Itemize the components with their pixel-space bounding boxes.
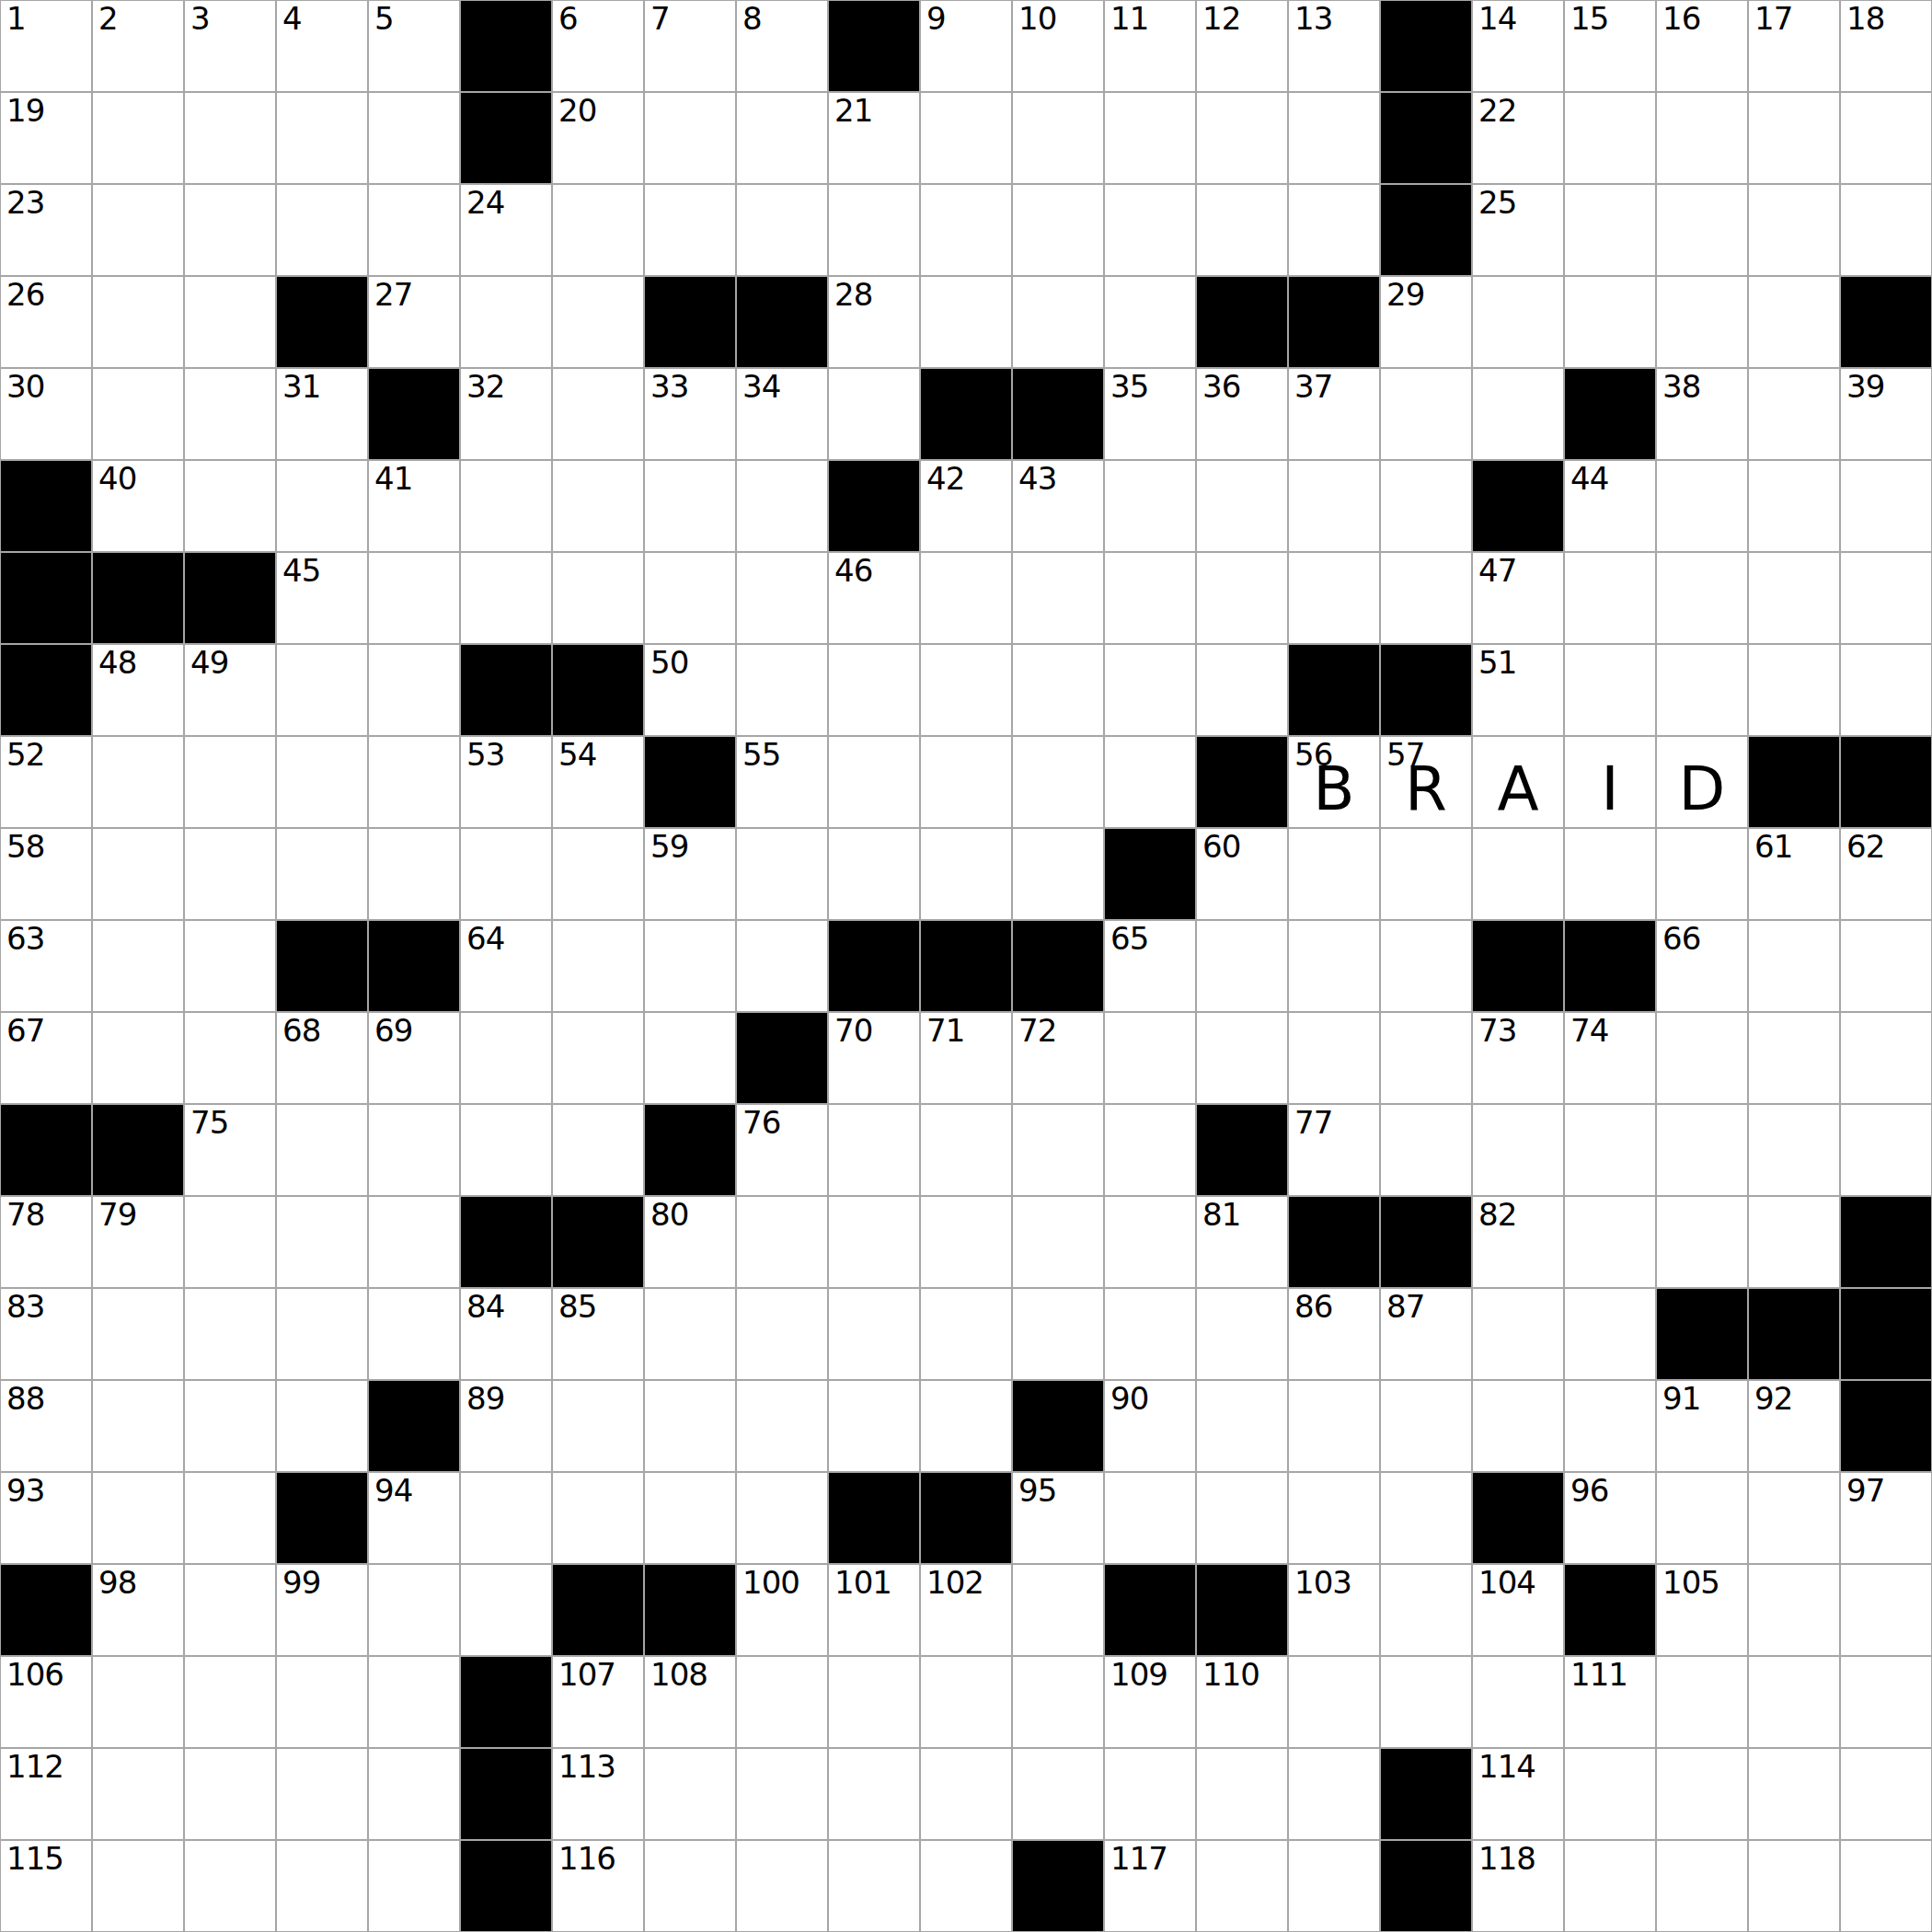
grid-cell[interactable] xyxy=(461,1473,551,1563)
grid-cell[interactable]: 58 xyxy=(1,829,91,919)
grid-cell[interactable]: 56B xyxy=(1289,737,1379,827)
grid-cell[interactable] xyxy=(921,1749,1011,1839)
grid-cell[interactable]: 3 xyxy=(185,1,275,91)
grid-cell[interactable] xyxy=(277,1381,367,1471)
grid-cell[interactable] xyxy=(185,1197,275,1287)
grid-cell[interactable] xyxy=(1749,1105,1839,1195)
grid-cell[interactable] xyxy=(369,1197,459,1287)
grid-cell[interactable] xyxy=(829,369,919,459)
grid-cell[interactable] xyxy=(369,1749,459,1839)
grid-cell[interactable] xyxy=(369,93,459,183)
grid-cell[interactable]: 50 xyxy=(645,645,735,735)
grid-cell[interactable] xyxy=(1749,553,1839,643)
grid-cell[interactable] xyxy=(1381,1013,1471,1103)
grid-cell[interactable] xyxy=(1749,921,1839,1011)
grid-cell[interactable] xyxy=(1565,93,1655,183)
grid-cell[interactable] xyxy=(1197,921,1287,1011)
grid-cell[interactable] xyxy=(1749,1197,1839,1287)
grid-cell[interactable]: 76 xyxy=(737,1105,827,1195)
grid-cell[interactable] xyxy=(921,1105,1011,1195)
grid-cell[interactable] xyxy=(1105,461,1195,551)
grid-cell[interactable]: 60 xyxy=(1197,829,1287,919)
grid-cell[interactable] xyxy=(1657,1197,1747,1287)
grid-cell[interactable]: 59 xyxy=(645,829,735,919)
grid-cell[interactable]: 5 xyxy=(369,1,459,91)
grid-cell[interactable] xyxy=(1013,1105,1103,1195)
grid-cell[interactable] xyxy=(93,1749,183,1839)
grid-cell[interactable]: 7 xyxy=(645,1,735,91)
grid-cell[interactable] xyxy=(921,1197,1011,1287)
grid-cell[interactable] xyxy=(1841,1657,1931,1747)
grid-cell[interactable]: 48 xyxy=(93,645,183,735)
grid-cell[interactable]: 74 xyxy=(1565,1013,1655,1103)
grid-cell[interactable]: 51 xyxy=(1473,645,1563,735)
grid-cell[interactable]: 45 xyxy=(277,553,367,643)
grid-cell[interactable] xyxy=(1657,461,1747,551)
grid-cell[interactable] xyxy=(93,1473,183,1563)
grid-cell[interactable] xyxy=(1289,1381,1379,1471)
grid-cell[interactable]: 6 xyxy=(553,1,643,91)
grid-cell[interactable]: 30 xyxy=(1,369,91,459)
grid-cell[interactable]: D xyxy=(1657,737,1747,827)
grid-cell[interactable] xyxy=(1105,1013,1195,1103)
grid-cell[interactable] xyxy=(185,1749,275,1839)
grid-cell[interactable] xyxy=(553,1473,643,1563)
grid-cell[interactable] xyxy=(461,277,551,367)
grid-cell[interactable] xyxy=(1289,1841,1379,1931)
grid-cell[interactable] xyxy=(1105,1197,1195,1287)
grid-cell[interactable] xyxy=(645,1749,735,1839)
grid-cell[interactable] xyxy=(461,829,551,919)
grid-cell[interactable] xyxy=(1013,185,1103,275)
grid-cell[interactable] xyxy=(369,1841,459,1931)
grid-cell[interactable] xyxy=(1381,1565,1471,1655)
grid-cell[interactable]: 10 xyxy=(1013,1,1103,91)
grid-cell[interactable] xyxy=(829,1105,919,1195)
grid-cell[interactable]: I xyxy=(1565,737,1655,827)
grid-cell[interactable] xyxy=(645,93,735,183)
grid-cell[interactable] xyxy=(1841,185,1931,275)
grid-cell[interactable] xyxy=(1289,829,1379,919)
grid-cell[interactable] xyxy=(1565,645,1655,735)
grid-cell[interactable] xyxy=(1473,1105,1563,1195)
grid-cell[interactable]: 27 xyxy=(369,277,459,367)
grid-cell[interactable] xyxy=(553,369,643,459)
grid-cell[interactable] xyxy=(921,553,1011,643)
grid-cell[interactable] xyxy=(369,1657,459,1747)
grid-cell[interactable] xyxy=(1197,185,1287,275)
grid-cell[interactable] xyxy=(1565,1841,1655,1931)
grid-cell[interactable]: 17 xyxy=(1749,1,1839,91)
grid-cell[interactable] xyxy=(553,1013,643,1103)
grid-cell[interactable]: 16 xyxy=(1657,1,1747,91)
grid-cell[interactable]: 78 xyxy=(1,1197,91,1287)
grid-cell[interactable]: 21 xyxy=(829,93,919,183)
grid-cell[interactable] xyxy=(277,1749,367,1839)
grid-cell[interactable] xyxy=(921,737,1011,827)
grid-cell[interactable] xyxy=(369,553,459,643)
grid-cell[interactable] xyxy=(829,1657,919,1747)
grid-cell[interactable]: 9 xyxy=(921,1,1011,91)
grid-cell[interactable] xyxy=(93,185,183,275)
grid-cell[interactable]: 63 xyxy=(1,921,91,1011)
grid-cell[interactable] xyxy=(1841,645,1931,735)
grid-cell[interactable] xyxy=(461,1565,551,1655)
grid-cell[interactable]: 71 xyxy=(921,1013,1011,1103)
grid-cell[interactable]: 79 xyxy=(93,1197,183,1287)
grid-cell[interactable]: 57R xyxy=(1381,737,1471,827)
grid-cell[interactable]: 28 xyxy=(829,277,919,367)
grid-cell[interactable] xyxy=(1657,1473,1747,1563)
grid-cell[interactable] xyxy=(93,829,183,919)
grid-cell[interactable] xyxy=(1289,1013,1379,1103)
grid-cell[interactable] xyxy=(645,1381,735,1471)
grid-cell[interactable] xyxy=(1105,1289,1195,1379)
grid-cell[interactable]: 32 xyxy=(461,369,551,459)
grid-cell[interactable] xyxy=(1565,553,1655,643)
grid-cell[interactable]: 69 xyxy=(369,1013,459,1103)
grid-cell[interactable]: 87 xyxy=(1381,1289,1471,1379)
grid-cell[interactable] xyxy=(1013,1197,1103,1287)
grid-cell[interactable]: 106 xyxy=(1,1657,91,1747)
grid-cell[interactable] xyxy=(737,1381,827,1471)
grid-cell[interactable]: 70 xyxy=(829,1013,919,1103)
grid-cell[interactable]: 117 xyxy=(1105,1841,1195,1931)
grid-cell[interactable] xyxy=(737,1749,827,1839)
grid-cell[interactable] xyxy=(93,737,183,827)
grid-cell[interactable] xyxy=(1565,1105,1655,1195)
grid-cell[interactable] xyxy=(1289,1749,1379,1839)
grid-cell[interactable] xyxy=(185,1473,275,1563)
grid-cell[interactable]: 81 xyxy=(1197,1197,1287,1287)
grid-cell[interactable] xyxy=(1013,277,1103,367)
grid-cell[interactable] xyxy=(185,1289,275,1379)
grid-cell[interactable] xyxy=(369,1289,459,1379)
grid-cell[interactable] xyxy=(461,553,551,643)
grid-cell[interactable]: 26 xyxy=(1,277,91,367)
grid-cell[interactable] xyxy=(1749,369,1839,459)
grid-cell[interactable] xyxy=(1841,461,1931,551)
grid-cell[interactable] xyxy=(829,1197,919,1287)
grid-cell[interactable] xyxy=(185,829,275,919)
grid-cell[interactable] xyxy=(1749,277,1839,367)
grid-cell[interactable] xyxy=(829,645,919,735)
grid-cell[interactable] xyxy=(369,185,459,275)
grid-cell[interactable] xyxy=(1565,277,1655,367)
grid-cell[interactable]: 93 xyxy=(1,1473,91,1563)
grid-cell[interactable] xyxy=(369,737,459,827)
grid-cell[interactable] xyxy=(93,369,183,459)
grid-cell[interactable] xyxy=(1381,829,1471,919)
grid-cell[interactable] xyxy=(1197,645,1287,735)
grid-cell[interactable] xyxy=(1749,1841,1839,1931)
grid-cell[interactable]: 89 xyxy=(461,1381,551,1471)
grid-cell[interactable]: 36 xyxy=(1197,369,1287,459)
grid-cell[interactable] xyxy=(1289,921,1379,1011)
grid-cell[interactable] xyxy=(185,1381,275,1471)
grid-cell[interactable]: 23 xyxy=(1,185,91,275)
grid-cell[interactable] xyxy=(185,921,275,1011)
grid-cell[interactable] xyxy=(1381,1105,1471,1195)
grid-cell[interactable] xyxy=(277,93,367,183)
grid-cell[interactable] xyxy=(1381,369,1471,459)
grid-cell[interactable]: 44 xyxy=(1565,461,1655,551)
grid-cell[interactable] xyxy=(737,553,827,643)
grid-cell[interactable] xyxy=(277,1657,367,1747)
grid-cell[interactable]: 42 xyxy=(921,461,1011,551)
grid-cell[interactable]: 97 xyxy=(1841,1473,1931,1563)
grid-cell[interactable]: 65 xyxy=(1105,921,1195,1011)
grid-cell[interactable]: 110 xyxy=(1197,1657,1287,1747)
grid-cell[interactable] xyxy=(185,277,275,367)
grid-cell[interactable]: 103 xyxy=(1289,1565,1379,1655)
grid-cell[interactable]: 86 xyxy=(1289,1289,1379,1379)
grid-cell[interactable] xyxy=(1197,1841,1287,1931)
grid-cell[interactable]: 20 xyxy=(553,93,643,183)
grid-cell[interactable] xyxy=(645,1289,735,1379)
grid-cell[interactable] xyxy=(277,461,367,551)
grid-cell[interactable] xyxy=(1657,1013,1747,1103)
grid-cell[interactable]: 33 xyxy=(645,369,735,459)
grid-cell[interactable]: 68 xyxy=(277,1013,367,1103)
grid-cell[interactable]: 116 xyxy=(553,1841,643,1931)
grid-cell[interactable]: 12 xyxy=(1197,1,1287,91)
grid-cell[interactable] xyxy=(1289,1657,1379,1747)
grid-cell[interactable]: 99 xyxy=(277,1565,367,1655)
grid-cell[interactable]: 8 xyxy=(737,1,827,91)
grid-cell[interactable]: 113 xyxy=(553,1749,643,1839)
grid-cell[interactable] xyxy=(553,553,643,643)
grid-cell[interactable]: 88 xyxy=(1,1381,91,1471)
grid-cell[interactable] xyxy=(1105,1105,1195,1195)
grid-cell[interactable] xyxy=(829,1381,919,1471)
grid-cell[interactable] xyxy=(1013,1289,1103,1379)
grid-cell[interactable] xyxy=(737,921,827,1011)
grid-cell[interactable] xyxy=(1289,93,1379,183)
grid-cell[interactable]: 101 xyxy=(829,1565,919,1655)
grid-cell[interactable]: 1 xyxy=(1,1,91,91)
grid-cell[interactable] xyxy=(1657,1841,1747,1931)
grid-cell[interactable]: 41 xyxy=(369,461,459,551)
grid-cell[interactable] xyxy=(1841,921,1931,1011)
grid-cell[interactable]: 39 xyxy=(1841,369,1931,459)
grid-cell[interactable] xyxy=(1381,553,1471,643)
grid-cell[interactable] xyxy=(1105,645,1195,735)
grid-cell[interactable] xyxy=(1473,829,1563,919)
grid-cell[interactable]: 77 xyxy=(1289,1105,1379,1195)
grid-cell[interactable] xyxy=(553,1381,643,1471)
grid-cell[interactable]: 55 xyxy=(737,737,827,827)
grid-cell[interactable] xyxy=(93,1289,183,1379)
grid-cell[interactable] xyxy=(921,1657,1011,1747)
grid-cell[interactable]: 40 xyxy=(93,461,183,551)
grid-cell[interactable] xyxy=(921,93,1011,183)
grid-cell[interactable] xyxy=(1197,1013,1287,1103)
grid-cell[interactable] xyxy=(921,185,1011,275)
grid-cell[interactable] xyxy=(1841,1565,1931,1655)
grid-cell[interactable] xyxy=(185,369,275,459)
grid-cell[interactable] xyxy=(921,1841,1011,1931)
grid-cell[interactable] xyxy=(185,1657,275,1747)
grid-cell[interactable]: 18 xyxy=(1841,1,1931,91)
grid-cell[interactable] xyxy=(1749,1749,1839,1839)
grid-cell[interactable] xyxy=(1289,185,1379,275)
grid-cell[interactable] xyxy=(921,277,1011,367)
grid-cell[interactable] xyxy=(277,1105,367,1195)
grid-cell[interactable]: 109 xyxy=(1105,1657,1195,1747)
grid-cell[interactable]: 54 xyxy=(553,737,643,827)
grid-cell[interactable] xyxy=(185,185,275,275)
grid-cell[interactable]: 34 xyxy=(737,369,827,459)
grid-cell[interactable] xyxy=(1105,185,1195,275)
grid-cell[interactable]: 105 xyxy=(1657,1565,1747,1655)
grid-cell[interactable] xyxy=(1749,645,1839,735)
grid-cell[interactable] xyxy=(1841,553,1931,643)
grid-cell[interactable]: 25 xyxy=(1473,185,1563,275)
grid-cell[interactable]: 29 xyxy=(1381,277,1471,367)
grid-cell[interactable] xyxy=(1841,1105,1931,1195)
grid-cell[interactable] xyxy=(1473,277,1563,367)
grid-cell[interactable] xyxy=(1381,1657,1471,1747)
grid-cell[interactable]: 2 xyxy=(93,1,183,91)
grid-cell[interactable]: 13 xyxy=(1289,1,1379,91)
grid-cell[interactable]: 15 xyxy=(1565,1,1655,91)
grid-cell[interactable]: 85 xyxy=(553,1289,643,1379)
grid-cell[interactable]: 95 xyxy=(1013,1473,1103,1563)
grid-cell[interactable]: 52 xyxy=(1,737,91,827)
grid-cell[interactable] xyxy=(1657,93,1747,183)
grid-cell[interactable] xyxy=(1289,461,1379,551)
grid-cell[interactable] xyxy=(1841,1841,1931,1931)
grid-cell[interactable]: 46 xyxy=(829,553,919,643)
grid-cell[interactable]: 115 xyxy=(1,1841,91,1931)
grid-cell[interactable]: 14 xyxy=(1473,1,1563,91)
grid-cell[interactable] xyxy=(1013,645,1103,735)
grid-cell[interactable]: 62 xyxy=(1841,829,1931,919)
grid-cell[interactable] xyxy=(829,737,919,827)
grid-cell[interactable] xyxy=(645,553,735,643)
grid-cell[interactable] xyxy=(277,1197,367,1287)
grid-cell[interactable]: A xyxy=(1473,737,1563,827)
grid-cell[interactable] xyxy=(645,921,735,1011)
grid-cell[interactable] xyxy=(1013,1749,1103,1839)
grid-cell[interactable] xyxy=(1749,461,1839,551)
grid-cell[interactable] xyxy=(737,1289,827,1379)
grid-cell[interactable]: 73 xyxy=(1473,1013,1563,1103)
grid-cell[interactable] xyxy=(1657,1749,1747,1839)
grid-cell[interactable] xyxy=(1105,553,1195,643)
grid-cell[interactable] xyxy=(737,461,827,551)
grid-cell[interactable]: 49 xyxy=(185,645,275,735)
grid-cell[interactable]: 100 xyxy=(737,1565,827,1655)
grid-cell[interactable] xyxy=(1749,1565,1839,1655)
grid-cell[interactable]: 90 xyxy=(1105,1381,1195,1471)
grid-cell[interactable] xyxy=(1565,1289,1655,1379)
grid-cell[interactable] xyxy=(185,93,275,183)
grid-cell[interactable] xyxy=(1013,93,1103,183)
grid-cell[interactable]: 43 xyxy=(1013,461,1103,551)
grid-cell[interactable]: 64 xyxy=(461,921,551,1011)
grid-cell[interactable] xyxy=(1565,1197,1655,1287)
grid-cell[interactable] xyxy=(1565,829,1655,919)
grid-cell[interactable]: 104 xyxy=(1473,1565,1563,1655)
grid-cell[interactable] xyxy=(553,461,643,551)
grid-cell[interactable] xyxy=(277,1289,367,1379)
grid-cell[interactable] xyxy=(829,1289,919,1379)
grid-cell[interactable] xyxy=(277,737,367,827)
grid-cell[interactable] xyxy=(553,1105,643,1195)
grid-cell[interactable] xyxy=(921,1381,1011,1471)
grid-cell[interactable] xyxy=(1105,737,1195,827)
grid-cell[interactable] xyxy=(277,645,367,735)
grid-cell[interactable] xyxy=(553,185,643,275)
grid-cell[interactable] xyxy=(1565,1749,1655,1839)
grid-cell[interactable] xyxy=(1197,1749,1287,1839)
grid-cell[interactable]: 35 xyxy=(1105,369,1195,459)
grid-cell[interactable] xyxy=(461,1013,551,1103)
grid-cell[interactable]: 114 xyxy=(1473,1749,1563,1839)
grid-cell[interactable]: 118 xyxy=(1473,1841,1563,1931)
grid-cell[interactable] xyxy=(277,1841,367,1931)
grid-cell[interactable]: 80 xyxy=(645,1197,735,1287)
grid-cell[interactable] xyxy=(185,461,275,551)
grid-cell[interactable] xyxy=(1841,1749,1931,1839)
grid-cell[interactable] xyxy=(93,1841,183,1931)
grid-cell[interactable] xyxy=(369,1565,459,1655)
grid-cell[interactable] xyxy=(1197,553,1287,643)
grid-cell[interactable]: 37 xyxy=(1289,369,1379,459)
grid-cell[interactable] xyxy=(1657,645,1747,735)
grid-cell[interactable]: 84 xyxy=(461,1289,551,1379)
grid-cell[interactable] xyxy=(1013,829,1103,919)
grid-cell[interactable] xyxy=(185,1841,275,1931)
grid-cell[interactable] xyxy=(829,185,919,275)
grid-cell[interactable] xyxy=(1381,1473,1471,1563)
grid-cell[interactable] xyxy=(737,1197,827,1287)
grid-cell[interactable] xyxy=(921,645,1011,735)
grid-cell[interactable]: 102 xyxy=(921,1565,1011,1655)
grid-cell[interactable]: 112 xyxy=(1,1749,91,1839)
grid-cell[interactable] xyxy=(1105,277,1195,367)
grid-cell[interactable] xyxy=(737,93,827,183)
grid-cell[interactable] xyxy=(1105,1749,1195,1839)
grid-cell[interactable] xyxy=(93,1657,183,1747)
grid-cell[interactable] xyxy=(1289,1473,1379,1563)
grid-cell[interactable] xyxy=(1657,277,1747,367)
grid-cell[interactable]: 75 xyxy=(185,1105,275,1195)
grid-cell[interactable] xyxy=(1749,1657,1839,1747)
grid-cell[interactable]: 108 xyxy=(645,1657,735,1747)
grid-cell[interactable] xyxy=(1013,737,1103,827)
grid-cell[interactable] xyxy=(737,1473,827,1563)
grid-cell[interactable]: 4 xyxy=(277,1,367,91)
grid-cell[interactable] xyxy=(829,829,919,919)
grid-cell[interactable] xyxy=(1749,1473,1839,1563)
grid-cell[interactable] xyxy=(1197,1381,1287,1471)
grid-cell[interactable] xyxy=(185,1013,275,1103)
grid-cell[interactable] xyxy=(829,1749,919,1839)
grid-cell[interactable] xyxy=(1749,93,1839,183)
grid-cell[interactable] xyxy=(1657,829,1747,919)
grid-cell[interactable] xyxy=(645,1473,735,1563)
grid-cell[interactable] xyxy=(1657,1657,1747,1747)
grid-cell[interactable] xyxy=(93,277,183,367)
grid-cell[interactable]: 24 xyxy=(461,185,551,275)
grid-cell[interactable] xyxy=(645,461,735,551)
grid-cell[interactable]: 83 xyxy=(1,1289,91,1379)
grid-cell[interactable] xyxy=(1565,1381,1655,1471)
grid-cell[interactable] xyxy=(1013,1657,1103,1747)
